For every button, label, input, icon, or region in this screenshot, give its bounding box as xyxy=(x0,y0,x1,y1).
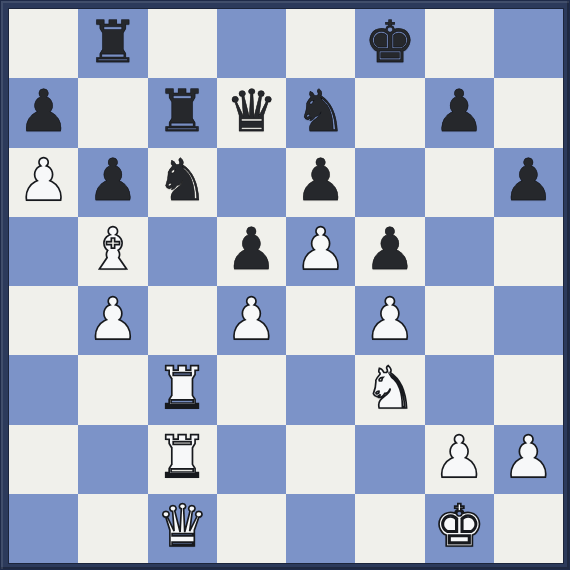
square-b3[interactable] xyxy=(78,355,147,424)
square-b4[interactable]: ♟ xyxy=(78,286,147,355)
square-g3[interactable] xyxy=(425,355,494,424)
square-a5[interactable] xyxy=(9,217,78,286)
square-e3[interactable] xyxy=(286,355,355,424)
square-f2[interactable] xyxy=(355,425,424,494)
square-e7[interactable]: ♞ xyxy=(286,78,355,147)
square-b7[interactable] xyxy=(78,78,147,147)
square-a3[interactable] xyxy=(9,355,78,424)
square-f6[interactable] xyxy=(355,148,424,217)
white-pawn[interactable]: ♟ xyxy=(502,428,554,486)
square-f8[interactable]: ♚ xyxy=(355,9,424,78)
square-g4[interactable] xyxy=(425,286,494,355)
black-rook[interactable]: ♜ xyxy=(156,82,208,140)
black-rook[interactable]: ♜ xyxy=(87,13,139,71)
black-pawn[interactable]: ♟ xyxy=(295,151,347,209)
square-g5[interactable] xyxy=(425,217,494,286)
square-c4[interactable] xyxy=(148,286,217,355)
square-g8[interactable] xyxy=(425,9,494,78)
black-pawn[interactable]: ♟ xyxy=(87,151,139,209)
square-a7[interactable]: ♟ xyxy=(9,78,78,147)
square-h8[interactable] xyxy=(494,9,563,78)
square-h3[interactable] xyxy=(494,355,563,424)
black-queen[interactable]: ♛ xyxy=(225,82,277,140)
square-d5[interactable]: ♟ xyxy=(217,217,286,286)
square-e8[interactable] xyxy=(286,9,355,78)
square-c6[interactable]: ♞ xyxy=(148,148,217,217)
white-queen[interactable]: ♛ xyxy=(156,497,208,555)
white-pawn[interactable]: ♟ xyxy=(87,290,139,348)
square-d4[interactable]: ♟ xyxy=(217,286,286,355)
black-knight[interactable]: ♞ xyxy=(156,151,208,209)
white-knight[interactable]: ♞ xyxy=(364,359,416,417)
square-g7[interactable]: ♟ xyxy=(425,78,494,147)
square-c8[interactable] xyxy=(148,9,217,78)
white-pawn[interactable]: ♟ xyxy=(364,290,416,348)
black-king[interactable]: ♚ xyxy=(364,13,416,71)
black-pawn[interactable]: ♟ xyxy=(433,82,485,140)
white-pawn[interactable]: ♟ xyxy=(18,151,70,209)
white-pawn[interactable]: ♟ xyxy=(295,220,347,278)
square-d3[interactable] xyxy=(217,355,286,424)
square-b6[interactable]: ♟ xyxy=(78,148,147,217)
black-pawn[interactable]: ♟ xyxy=(364,220,416,278)
white-bishop[interactable]: ♝ xyxy=(87,220,139,278)
black-pawn[interactable]: ♟ xyxy=(18,82,70,140)
square-a1[interactable] xyxy=(9,494,78,563)
square-b2[interactable] xyxy=(78,425,147,494)
square-c1[interactable]: ♛ xyxy=(148,494,217,563)
square-h4[interactable] xyxy=(494,286,563,355)
board-frame: ♜♚♟♜♛♞♟♟♟♞♟♟♝♟♟♟♟♟♟♜♞♜♟♟♛♚ xyxy=(0,0,570,570)
square-f1[interactable] xyxy=(355,494,424,563)
square-e5[interactable]: ♟ xyxy=(286,217,355,286)
square-a4[interactable] xyxy=(9,286,78,355)
chess-board: ♜♚♟♜♛♞♟♟♟♞♟♟♝♟♟♟♟♟♟♜♞♜♟♟♛♚ xyxy=(9,9,563,563)
white-pawn[interactable]: ♟ xyxy=(433,428,485,486)
square-f3[interactable]: ♞ xyxy=(355,355,424,424)
white-rook[interactable]: ♜ xyxy=(156,359,208,417)
black-pawn[interactable]: ♟ xyxy=(225,220,277,278)
square-h5[interactable] xyxy=(494,217,563,286)
square-d8[interactable] xyxy=(217,9,286,78)
square-f5[interactable]: ♟ xyxy=(355,217,424,286)
square-c5[interactable] xyxy=(148,217,217,286)
square-e6[interactable]: ♟ xyxy=(286,148,355,217)
square-g2[interactable]: ♟ xyxy=(425,425,494,494)
square-c3[interactable]: ♜ xyxy=(148,355,217,424)
square-e4[interactable] xyxy=(286,286,355,355)
square-h2[interactable]: ♟ xyxy=(494,425,563,494)
square-g1[interactable]: ♚ xyxy=(425,494,494,563)
square-a2[interactable] xyxy=(9,425,78,494)
square-d2[interactable] xyxy=(217,425,286,494)
black-knight[interactable]: ♞ xyxy=(295,82,347,140)
square-f7[interactable] xyxy=(355,78,424,147)
white-rook[interactable]: ♜ xyxy=(156,428,208,486)
square-a6[interactable]: ♟ xyxy=(9,148,78,217)
square-e1[interactable] xyxy=(286,494,355,563)
square-d6[interactable] xyxy=(217,148,286,217)
square-d1[interactable] xyxy=(217,494,286,563)
square-b8[interactable]: ♜ xyxy=(78,9,147,78)
square-h1[interactable] xyxy=(494,494,563,563)
square-c2[interactable]: ♜ xyxy=(148,425,217,494)
white-king[interactable]: ♚ xyxy=(433,497,485,555)
square-f4[interactable]: ♟ xyxy=(355,286,424,355)
square-c7[interactable]: ♜ xyxy=(148,78,217,147)
black-pawn[interactable]: ♟ xyxy=(502,151,554,209)
square-h7[interactable] xyxy=(494,78,563,147)
square-a8[interactable] xyxy=(9,9,78,78)
square-g6[interactable] xyxy=(425,148,494,217)
square-e2[interactable] xyxy=(286,425,355,494)
square-b5[interactable]: ♝ xyxy=(78,217,147,286)
white-pawn[interactable]: ♟ xyxy=(225,290,277,348)
square-b1[interactable] xyxy=(78,494,147,563)
square-h6[interactable]: ♟ xyxy=(494,148,563,217)
square-d7[interactable]: ♛ xyxy=(217,78,286,147)
